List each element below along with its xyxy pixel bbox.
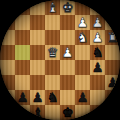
square-b5[interactable]: ♟ (90, 60, 105, 75)
square-f6[interactable] (30, 75, 45, 90)
square-a7[interactable] (105, 90, 120, 105)
piece-black-pawn[interactable]: ♟ (30, 90, 45, 105)
square-c4[interactable] (75, 45, 90, 60)
square-e8[interactable] (45, 105, 60, 120)
piece-white-pawn[interactable]: ♟ (90, 15, 105, 30)
square-a6[interactable]: ♟ (105, 75, 120, 90)
square-f7[interactable]: ♟ (30, 90, 45, 105)
piece-black-knight[interactable]: ♞ (45, 90, 60, 105)
square-b3[interactable]: ♟ (90, 30, 105, 45)
square-e4[interactable]: ♛ (45, 45, 60, 60)
square-h6[interactable] (0, 75, 15, 90)
square-b2[interactable]: ♟ (90, 15, 105, 30)
square-f1[interactable] (30, 0, 45, 15)
square-g4[interactable] (15, 45, 30, 60)
square-b8[interactable] (90, 105, 105, 120)
square-g6[interactable] (15, 75, 30, 90)
screenshot-background: ♝♚♟♟♞♟♜♛♟♞♟♟♟♟♞♟♝♚ (0, 0, 120, 120)
square-g2[interactable] (15, 15, 30, 30)
square-b1[interactable] (90, 0, 105, 15)
square-c7[interactable]: ♟ (75, 90, 90, 105)
chess-board[interactable]: ♝♚♟♟♞♟♜♛♟♞♟♟♟♟♞♟♝♚ (0, 0, 120, 120)
square-c3[interactable]: ♞ (75, 30, 90, 45)
piece-black-knight[interactable]: ♞ (90, 45, 105, 60)
square-c5[interactable] (75, 60, 90, 75)
square-b4[interactable]: ♞ (90, 45, 105, 60)
square-e6[interactable] (45, 75, 60, 90)
square-a5[interactable] (105, 60, 120, 75)
square-a3[interactable]: ♜ (105, 30, 120, 45)
square-d7[interactable] (60, 90, 75, 105)
square-d6[interactable] (60, 75, 75, 90)
square-d4[interactable]: ♟ (60, 45, 75, 60)
square-h3[interactable] (0, 30, 15, 45)
piece-white-pawn[interactable]: ♟ (90, 30, 105, 45)
square-c8[interactable] (75, 105, 90, 120)
piece-black-bishop[interactable]: ♝ (30, 105, 45, 120)
square-c2[interactable]: ♟ (75, 15, 90, 30)
square-e7[interactable]: ♞ (45, 90, 60, 105)
piece-black-pawn[interactable]: ♟ (15, 90, 30, 105)
square-d1[interactable]: ♚ (60, 0, 75, 15)
square-e3[interactable] (45, 30, 60, 45)
square-g8[interactable] (15, 105, 30, 120)
square-f5[interactable] (30, 60, 45, 75)
square-b7[interactable] (90, 90, 105, 105)
piece-black-pawn[interactable]: ♟ (75, 90, 90, 105)
square-f2[interactable] (30, 15, 45, 30)
square-c1[interactable] (75, 0, 90, 15)
piece-white-queen[interactable]: ♛ (45, 45, 60, 60)
square-a4[interactable] (105, 45, 120, 60)
piece-white-king[interactable]: ♚ (60, 0, 75, 15)
square-h5[interactable] (0, 60, 15, 75)
square-a8[interactable] (105, 105, 120, 120)
piece-white-knight[interactable]: ♞ (75, 30, 90, 45)
square-h7[interactable] (0, 90, 15, 105)
square-a2[interactable] (105, 15, 120, 30)
square-g7[interactable]: ♟ (15, 90, 30, 105)
piece-white-rook[interactable]: ♜ (105, 30, 120, 45)
square-e5[interactable] (45, 60, 60, 75)
square-c6[interactable] (75, 75, 90, 90)
square-h4[interactable] (0, 45, 15, 60)
square-h2[interactable] (0, 15, 15, 30)
square-h8[interactable] (0, 105, 15, 120)
piece-black-pawn[interactable]: ♟ (90, 60, 105, 75)
square-e2[interactable] (45, 15, 60, 30)
square-d8[interactable]: ♚ (60, 105, 75, 120)
square-b6[interactable] (90, 75, 105, 90)
square-f4[interactable] (30, 45, 45, 60)
square-a1[interactable] (105, 0, 120, 15)
piece-black-pawn[interactable]: ♟ (105, 75, 120, 90)
square-d5[interactable] (60, 60, 75, 75)
piece-white-bishop[interactable]: ♝ (45, 0, 60, 15)
piece-black-king[interactable]: ♚ (60, 105, 75, 120)
square-g3[interactable] (15, 30, 30, 45)
square-h1[interactable] (0, 0, 15, 15)
square-f3[interactable] (30, 30, 45, 45)
board-area: ♝♚♟♟♞♟♜♛♟♞♟♟♟♟♞♟♝♚ (0, 0, 120, 120)
piece-white-pawn[interactable]: ♟ (60, 45, 75, 60)
square-d3[interactable] (60, 30, 75, 45)
square-e1[interactable]: ♝ (45, 0, 60, 15)
square-f8[interactable]: ♝ (30, 105, 45, 120)
square-d2[interactable] (60, 15, 75, 30)
piece-white-pawn[interactable]: ♟ (75, 15, 90, 30)
square-g5[interactable] (15, 60, 30, 75)
square-g1[interactable] (15, 0, 30, 15)
